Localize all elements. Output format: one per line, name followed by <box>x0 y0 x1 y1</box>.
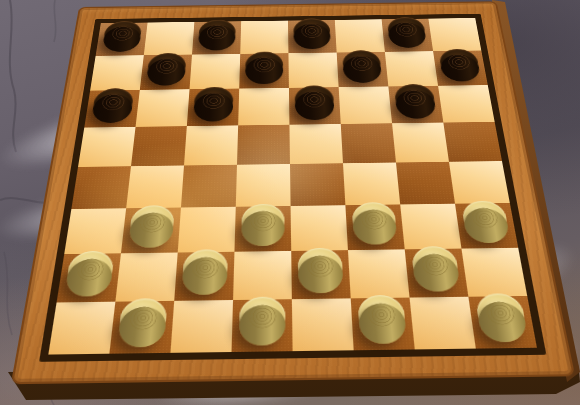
light-piece[interactable] <box>461 201 510 236</box>
scene <box>0 0 580 405</box>
dark-piece[interactable] <box>295 85 335 114</box>
light-piece[interactable] <box>351 202 397 237</box>
light-piece[interactable] <box>182 249 228 287</box>
dark-piece[interactable] <box>438 49 480 76</box>
dark-piece[interactable] <box>147 53 187 80</box>
dark-piece[interactable] <box>387 17 427 42</box>
light-piece[interactable] <box>298 248 344 285</box>
dark-piece[interactable] <box>245 51 283 78</box>
light-piece[interactable] <box>65 251 114 289</box>
dark-piece[interactable] <box>293 18 330 43</box>
light-piece[interactable] <box>241 204 284 239</box>
dark-piece[interactable] <box>92 88 135 117</box>
light-piece[interactable] <box>239 296 286 336</box>
dark-piece[interactable] <box>198 20 236 46</box>
light-piece[interactable] <box>129 205 175 240</box>
dark-piece[interactable] <box>103 21 143 47</box>
board-plane <box>11 1 576 384</box>
light-piece[interactable] <box>475 293 528 333</box>
light-piece[interactable] <box>357 295 406 335</box>
dark-piece[interactable] <box>342 50 382 77</box>
light-piece[interactable] <box>411 246 460 283</box>
light-piece[interactable] <box>118 298 168 338</box>
checkers-board <box>47 0 534 405</box>
dark-piece[interactable] <box>394 84 436 113</box>
pieces-layer <box>48 18 537 355</box>
dark-piece[interactable] <box>193 87 233 116</box>
